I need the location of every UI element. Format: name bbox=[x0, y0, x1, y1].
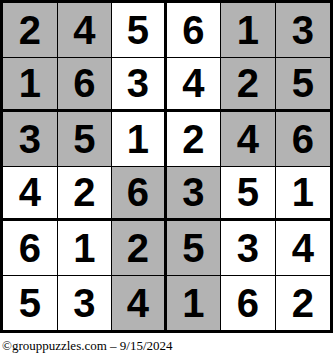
cell-r4c2: 2 bbox=[58, 167, 113, 222]
cell-r6c2: 3 bbox=[58, 276, 113, 331]
cell-r1c4: 6 bbox=[167, 3, 222, 58]
cell-r5c5: 3 bbox=[221, 221, 276, 276]
cell-r4c3: 6 bbox=[112, 167, 167, 222]
cell-r4c6: 1 bbox=[276, 167, 331, 222]
cell-r2c1: 1 bbox=[3, 58, 58, 113]
cell-r3c4: 2 bbox=[167, 112, 222, 167]
cell-r5c3: 2 bbox=[112, 221, 167, 276]
cell-r6c4: 1 bbox=[167, 276, 222, 331]
cell-r3c2: 5 bbox=[58, 112, 113, 167]
cell-r6c6: 2 bbox=[276, 276, 331, 331]
cell-r5c1: 6 bbox=[3, 221, 58, 276]
cell-r2c2: 6 bbox=[58, 58, 113, 113]
cell-r1c6: 3 bbox=[276, 3, 331, 58]
sudoku-board: 245613163425351246426351612534534162 bbox=[0, 0, 333, 333]
cell-r4c5: 5 bbox=[221, 167, 276, 222]
cell-r4c1: 4 bbox=[3, 167, 58, 222]
cell-r6c1: 5 bbox=[3, 276, 58, 331]
cell-r1c1: 2 bbox=[3, 3, 58, 58]
cell-r5c4: 5 bbox=[167, 221, 222, 276]
cell-r2c3: 3 bbox=[112, 58, 167, 113]
cell-r1c5: 1 bbox=[221, 3, 276, 58]
cell-r3c3: 1 bbox=[112, 112, 167, 167]
cell-r5c6: 4 bbox=[276, 221, 331, 276]
cell-r1c3: 5 bbox=[112, 3, 167, 58]
cell-r3c6: 6 bbox=[276, 112, 331, 167]
cell-r3c5: 4 bbox=[221, 112, 276, 167]
cell-r5c2: 1 bbox=[58, 221, 113, 276]
cell-r2c5: 2 bbox=[221, 58, 276, 113]
cell-r1c2: 4 bbox=[58, 3, 113, 58]
copyright-text: ©grouppuzzles.com – 9/15/2024 bbox=[2, 338, 173, 354]
cell-r4c4: 3 bbox=[167, 167, 222, 222]
cell-r2c4: 4 bbox=[167, 58, 222, 113]
cell-r6c3: 4 bbox=[112, 276, 167, 331]
cell-r2c6: 5 bbox=[276, 58, 331, 113]
cell-r3c1: 3 bbox=[3, 112, 58, 167]
cell-r6c5: 6 bbox=[221, 276, 276, 331]
